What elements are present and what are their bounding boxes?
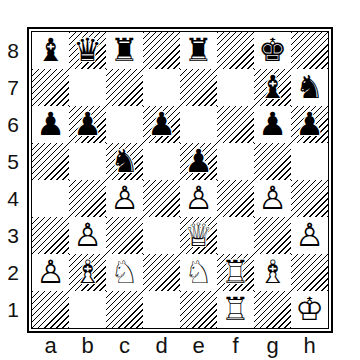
square-b7[interactable] [69,69,106,106]
square-h7[interactable]: ♞♞ [291,69,328,106]
square-f8[interactable] [217,32,254,69]
rank-label-3: 3 [2,217,24,254]
square-d5[interactable] [143,143,180,180]
piece-glyph: ♘ [106,254,143,291]
piece-glyph: ♗ [69,254,106,291]
square-h2[interactable] [291,254,328,291]
file-label-h: h [291,333,328,359]
file-label-e: e [180,333,217,359]
square-e1[interactable] [180,291,217,328]
square-a3[interactable] [32,217,69,254]
square-b2[interactable]: ♝♗ [69,254,106,291]
piece-glyph: ♖ [217,254,254,291]
piece-black-rook[interactable]: ♜♜ [180,32,217,69]
rank-labels: 87654321 [2,32,24,328]
file-label-f: f [217,333,254,359]
square-d4[interactable] [143,180,180,217]
square-d7[interactable] [143,69,180,106]
square-f2[interactable]: ♜♖ [217,254,254,291]
piece-glyph: ♟ [143,106,180,143]
piece-glyph: ♝ [254,69,291,106]
square-e4[interactable]: ♟♙ [180,180,217,217]
piece-glyph: ♜ [106,32,143,69]
square-h1[interactable]: ♚♔ [291,291,328,328]
piece-black-pawn[interactable]: ♟♟ [254,106,291,143]
square-a8[interactable]: ♝♝ [32,32,69,69]
board-grid: ♝♝♛♛♜♜♜♜♚♚♝♝♞♞♟♟♟♟♟♟♟♟♟♟♞♞♟♟♟♙♟♙♟♙♟♙♛♕♟♙… [32,32,328,328]
piece-glyph: ♟ [69,106,106,143]
square-c4[interactable]: ♟♙ [106,180,143,217]
piece-white-pawn[interactable]: ♟♙ [254,180,291,217]
square-c8[interactable]: ♜♜ [106,32,143,69]
square-h5[interactable] [291,143,328,180]
piece-white-rook[interactable]: ♜♖ [217,291,254,328]
square-f5[interactable] [217,143,254,180]
square-e5[interactable]: ♟♟ [180,143,217,180]
piece-black-bishop[interactable]: ♝♝ [254,69,291,106]
piece-black-pawn[interactable]: ♟♟ [291,106,328,143]
piece-black-knight[interactable]: ♞♞ [106,143,143,180]
piece-glyph: ♙ [69,217,106,254]
square-e6[interactable] [180,106,217,143]
piece-glyph: ♔ [291,291,328,328]
square-a2[interactable]: ♟♙ [32,254,69,291]
file-label-b: b [69,333,106,359]
square-f4[interactable] [217,180,254,217]
piece-glyph: ♟ [254,106,291,143]
board-frame: ♝♝♛♛♜♜♜♜♚♚♝♝♞♞♟♟♟♟♟♟♟♟♟♟♞♞♟♟♟♙♟♙♟♙♟♙♛♕♟♙… [31,31,329,329]
piece-glyph: ♟ [180,143,217,180]
square-b3[interactable]: ♟♙ [69,217,106,254]
square-e2[interactable]: ♞♘ [180,254,217,291]
piece-white-knight[interactable]: ♞♘ [180,254,217,291]
piece-black-pawn[interactable]: ♟♟ [143,106,180,143]
piece-glyph: ♜ [180,32,217,69]
piece-glyph: ♞ [106,143,143,180]
square-d8[interactable] [143,32,180,69]
square-a5[interactable] [32,143,69,180]
square-a7[interactable] [32,69,69,106]
square-g5[interactable] [254,143,291,180]
square-d2[interactable] [143,254,180,291]
file-labels: abcdefgh [32,333,328,359]
piece-black-pawn[interactable]: ♟♟ [180,143,217,180]
square-d1[interactable] [143,291,180,328]
rank-label-4: 4 [2,180,24,217]
rank-label-2: 2 [2,254,24,291]
piece-glyph: ♝ [32,32,69,69]
piece-glyph: ♞ [291,69,328,106]
piece-glyph: ♙ [106,180,143,217]
piece-glyph: ♙ [180,180,217,217]
file-label-d: d [143,333,180,359]
square-a4[interactable] [32,180,69,217]
piece-white-king[interactable]: ♚♔ [291,291,328,328]
square-e7[interactable] [180,69,217,106]
rank-label-8: 8 [2,32,24,69]
square-g7[interactable]: ♝♝ [254,69,291,106]
piece-glyph: ♟ [291,106,328,143]
piece-white-knight[interactable]: ♞♘ [106,254,143,291]
square-b8[interactable]: ♛♛ [69,32,106,69]
square-h4[interactable] [291,180,328,217]
piece-black-queen[interactable]: ♛♛ [69,32,106,69]
square-c3[interactable] [106,217,143,254]
piece-glyph: ♙ [291,217,328,254]
rank-label-7: 7 [2,69,24,106]
square-b6[interactable]: ♟♟ [69,106,106,143]
square-h8[interactable] [291,32,328,69]
file-label-g: g [254,333,291,359]
square-a1[interactable] [32,291,69,328]
square-e8[interactable]: ♜♜ [180,32,217,69]
square-f6[interactable] [217,106,254,143]
piece-black-pawn[interactable]: ♟♟ [32,106,69,143]
piece-glyph: ♗ [254,254,291,291]
piece-black-knight[interactable]: ♞♞ [291,69,328,106]
piece-white-pawn[interactable]: ♟♙ [32,254,69,291]
piece-glyph: ♙ [254,180,291,217]
piece-white-pawn[interactable]: ♟♙ [106,180,143,217]
square-c5[interactable]: ♞♞ [106,143,143,180]
square-d3[interactable] [143,217,180,254]
piece-white-rook[interactable]: ♜♖ [217,254,254,291]
square-g3[interactable] [254,217,291,254]
piece-white-bishop[interactable]: ♝♗ [69,254,106,291]
square-f7[interactable] [217,69,254,106]
piece-glyph: ♙ [32,254,69,291]
square-a6[interactable]: ♟♟ [32,106,69,143]
piece-white-queen[interactable]: ♛♕ [180,217,217,254]
piece-glyph: ♚ [254,32,291,69]
square-e3[interactable]: ♛♕ [180,217,217,254]
square-c7[interactable] [106,69,143,106]
piece-glyph: ♖ [217,291,254,328]
piece-glyph: ♛ [69,32,106,69]
square-c6[interactable] [106,106,143,143]
piece-glyph: ♕ [180,217,217,254]
square-b5[interactable] [69,143,106,180]
square-c2[interactable]: ♞♘ [106,254,143,291]
file-label-a: a [32,333,69,359]
piece-glyph: ♘ [180,254,217,291]
square-b4[interactable] [69,180,106,217]
piece-white-pawn[interactable]: ♟♙ [291,217,328,254]
rank-label-6: 6 [2,106,24,143]
square-b1[interactable] [69,291,106,328]
piece-white-pawn[interactable]: ♟♙ [180,180,217,217]
square-g4[interactable]: ♟♙ [254,180,291,217]
square-g6[interactable]: ♟♟ [254,106,291,143]
piece-glyph: ♟ [32,106,69,143]
piece-white-bishop[interactable]: ♝♗ [254,254,291,291]
square-d6[interactable]: ♟♟ [143,106,180,143]
piece-black-king[interactable]: ♚♚ [254,32,291,69]
square-g2[interactable]: ♝♗ [254,254,291,291]
piece-black-pawn[interactable]: ♟♟ [69,106,106,143]
square-c1[interactable] [106,291,143,328]
square-g1[interactable] [254,291,291,328]
piece-white-pawn[interactable]: ♟♙ [69,217,106,254]
rank-label-1: 1 [2,291,24,328]
square-f3[interactable] [217,217,254,254]
chess-diagram: 87654321 ♝♝♛♛♜♜♜♜♚♚♝♝♞♞♟♟♟♟♟♟♟♟♟♟♞♞♟♟♟♙♟… [0,0,360,360]
square-g8[interactable]: ♚♚ [254,32,291,69]
piece-black-rook[interactable]: ♜♜ [106,32,143,69]
square-f1[interactable]: ♜♖ [217,291,254,328]
square-h6[interactable]: ♟♟ [291,106,328,143]
square-h3[interactable]: ♟♙ [291,217,328,254]
piece-black-bishop[interactable]: ♝♝ [32,32,69,69]
chess-board: ♝♝♛♛♜♜♜♜♚♚♝♝♞♞♟♟♟♟♟♟♟♟♟♟♞♞♟♟♟♙♟♙♟♙♟♙♛♕♟♙… [27,27,333,333]
rank-label-5: 5 [2,143,24,180]
file-label-c: c [106,333,143,359]
